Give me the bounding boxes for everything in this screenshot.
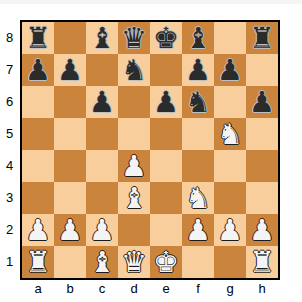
square-f3[interactable]: ♞ bbox=[182, 182, 214, 214]
rank-label-4: 4 bbox=[0, 150, 19, 182]
square-d1[interactable]: ♛ bbox=[118, 246, 150, 278]
square-c2[interactable]: ♟ bbox=[86, 214, 118, 246]
file-label-f: f bbox=[182, 280, 214, 298]
square-h3[interactable] bbox=[246, 182, 278, 214]
square-e6[interactable]: ♟ bbox=[150, 86, 182, 118]
piece-black-bishop[interactable]: ♝ bbox=[185, 22, 211, 54]
square-f8[interactable]: ♝ bbox=[182, 22, 214, 54]
square-b5[interactable] bbox=[54, 118, 86, 150]
square-d3[interactable]: ♝ bbox=[118, 182, 150, 214]
square-g3[interactable] bbox=[214, 182, 246, 214]
piece-white-rook[interactable]: ♜ bbox=[25, 246, 51, 278]
square-e7[interactable] bbox=[150, 54, 182, 86]
piece-black-bishop[interactable]: ♝ bbox=[89, 22, 115, 54]
rank-label-5: 5 bbox=[0, 118, 19, 150]
piece-white-pawn[interactable]: ♟ bbox=[217, 214, 243, 246]
square-e3[interactable] bbox=[150, 182, 182, 214]
square-a1[interactable]: ♜ bbox=[22, 246, 54, 278]
file-label-h: h bbox=[246, 280, 278, 298]
piece-black-rook[interactable]: ♜ bbox=[249, 22, 275, 54]
square-a5[interactable] bbox=[22, 118, 54, 150]
square-b1[interactable] bbox=[54, 246, 86, 278]
square-e8[interactable]: ♚ bbox=[150, 22, 182, 54]
square-b2[interactable]: ♟ bbox=[54, 214, 86, 246]
piece-white-pawn[interactable]: ♟ bbox=[249, 214, 275, 246]
square-h5[interactable] bbox=[246, 118, 278, 150]
piece-white-knight[interactable]: ♞ bbox=[185, 182, 211, 214]
square-c3[interactable] bbox=[86, 182, 118, 214]
square-d7[interactable]: ♞ bbox=[118, 54, 150, 86]
square-g5[interactable]: ♞ bbox=[214, 118, 246, 150]
piece-white-queen[interactable]: ♛ bbox=[121, 246, 147, 278]
rank-label-1: 1 bbox=[0, 246, 19, 278]
square-f2[interactable]: ♟ bbox=[182, 214, 214, 246]
square-a6[interactable] bbox=[22, 86, 54, 118]
square-d5[interactable] bbox=[118, 118, 150, 150]
square-a3[interactable] bbox=[22, 182, 54, 214]
square-c4[interactable] bbox=[86, 150, 118, 182]
chess-app-window: 87654321 ♜♝♛♚♝♜♟♟♞♟♟♟♟♞♟♞♟♝♞♟♟♟♟♟♟♜♝♛♚♜ … bbox=[0, 0, 302, 302]
piece-black-pawn[interactable]: ♟ bbox=[57, 54, 83, 86]
square-c7[interactable] bbox=[86, 54, 118, 86]
file-label-g: g bbox=[214, 280, 246, 298]
rank-label-3: 3 bbox=[0, 182, 19, 214]
window-edge-strip bbox=[0, 0, 302, 4]
piece-white-pawn[interactable]: ♟ bbox=[121, 150, 147, 182]
square-b3[interactable] bbox=[54, 182, 86, 214]
rank-label-2: 2 bbox=[0, 214, 19, 246]
square-a7[interactable]: ♟ bbox=[22, 54, 54, 86]
piece-white-knight[interactable]: ♞ bbox=[217, 118, 243, 150]
square-b6[interactable] bbox=[54, 86, 86, 118]
square-e4[interactable] bbox=[150, 150, 182, 182]
square-g6[interactable] bbox=[214, 86, 246, 118]
piece-black-pawn[interactable]: ♟ bbox=[217, 54, 243, 86]
piece-black-pawn[interactable]: ♟ bbox=[249, 86, 275, 118]
file-label-a: a bbox=[22, 280, 54, 298]
piece-white-pawn[interactable]: ♟ bbox=[57, 214, 83, 246]
file-labels: abcdefgh bbox=[22, 280, 278, 298]
square-f6[interactable]: ♞ bbox=[182, 86, 214, 118]
square-f4[interactable] bbox=[182, 150, 214, 182]
square-h7[interactable] bbox=[246, 54, 278, 86]
square-g2[interactable]: ♟ bbox=[214, 214, 246, 246]
square-f7[interactable]: ♟ bbox=[182, 54, 214, 86]
square-c5[interactable] bbox=[86, 118, 118, 150]
piece-white-pawn[interactable]: ♟ bbox=[89, 214, 115, 246]
square-c6[interactable]: ♟ bbox=[86, 86, 118, 118]
square-a8[interactable]: ♜ bbox=[22, 22, 54, 54]
square-b7[interactable]: ♟ bbox=[54, 54, 86, 86]
square-c1[interactable]: ♝ bbox=[86, 246, 118, 278]
rank-label-6: 6 bbox=[0, 86, 19, 118]
square-g7[interactable]: ♟ bbox=[214, 54, 246, 86]
piece-black-pawn[interactable]: ♟ bbox=[89, 86, 115, 118]
piece-black-rook[interactable]: ♜ bbox=[25, 22, 51, 54]
piece-white-pawn[interactable]: ♟ bbox=[185, 214, 211, 246]
square-f5[interactable] bbox=[182, 118, 214, 150]
rank-label-7: 7 bbox=[0, 54, 19, 86]
piece-white-bishop[interactable]: ♝ bbox=[121, 182, 147, 214]
piece-black-pawn[interactable]: ♟ bbox=[153, 86, 179, 118]
square-b4[interactable] bbox=[54, 150, 86, 182]
square-g1[interactable] bbox=[214, 246, 246, 278]
square-h8[interactable]: ♜ bbox=[246, 22, 278, 54]
square-e2[interactable] bbox=[150, 214, 182, 246]
square-f1[interactable] bbox=[182, 246, 214, 278]
chess-board[interactable]: ♜♝♛♚♝♜♟♟♞♟♟♟♟♞♟♞♟♝♞♟♟♟♟♟♟♜♝♛♚♜ bbox=[20, 20, 280, 280]
square-h4[interactable] bbox=[246, 150, 278, 182]
piece-black-pawn[interactable]: ♟ bbox=[25, 54, 51, 86]
piece-black-knight[interactable]: ♞ bbox=[121, 54, 147, 86]
square-a4[interactable] bbox=[22, 150, 54, 182]
square-e5[interactable] bbox=[150, 118, 182, 150]
piece-white-king[interactable]: ♚ bbox=[153, 246, 179, 278]
rank-labels: 87654321 bbox=[0, 22, 19, 278]
square-d6[interactable] bbox=[118, 86, 150, 118]
piece-white-rook[interactable]: ♜ bbox=[249, 246, 275, 278]
square-h2[interactable]: ♟ bbox=[246, 214, 278, 246]
square-e1[interactable]: ♚ bbox=[150, 246, 182, 278]
square-b8[interactable] bbox=[54, 22, 86, 54]
square-h1[interactable]: ♜ bbox=[246, 246, 278, 278]
piece-white-bishop[interactable]: ♝ bbox=[89, 246, 115, 278]
square-c8[interactable]: ♝ bbox=[86, 22, 118, 54]
square-d8[interactable]: ♛ bbox=[118, 22, 150, 54]
file-label-c: c bbox=[86, 280, 118, 298]
piece-black-knight[interactable]: ♞ bbox=[185, 86, 211, 118]
square-g4[interactable] bbox=[214, 150, 246, 182]
file-label-b: b bbox=[54, 280, 86, 298]
piece-black-pawn[interactable]: ♟ bbox=[185, 54, 211, 86]
rank-label-8: 8 bbox=[0, 22, 19, 54]
piece-white-pawn[interactable]: ♟ bbox=[25, 214, 51, 246]
file-label-e: e bbox=[150, 280, 182, 298]
square-g8[interactable] bbox=[214, 22, 246, 54]
piece-black-queen[interactable]: ♛ bbox=[121, 22, 147, 54]
square-d2[interactable] bbox=[118, 214, 150, 246]
square-d4[interactable]: ♟ bbox=[118, 150, 150, 182]
file-label-d: d bbox=[118, 280, 150, 298]
piece-black-king[interactable]: ♚ bbox=[153, 22, 179, 54]
square-a2[interactable]: ♟ bbox=[22, 214, 54, 246]
square-h6[interactable]: ♟ bbox=[246, 86, 278, 118]
